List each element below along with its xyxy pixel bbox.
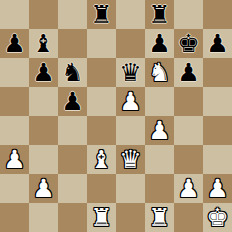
square-f5[interactable]: [145, 87, 174, 116]
black-knight-c6[interactable]: ♞: [61, 58, 83, 87]
square-d3[interactable]: ♝: [87, 145, 116, 174]
square-c5[interactable]: ♟: [58, 87, 87, 116]
square-a4[interactable]: [0, 116, 29, 145]
black-king-g7[interactable]: ♚: [177, 29, 199, 58]
square-a2[interactable]: [0, 174, 29, 203]
square-b5[interactable]: [29, 87, 58, 116]
white-rook-f1[interactable]: ♜: [148, 203, 170, 232]
square-c8[interactable]: [58, 0, 87, 29]
black-rook-f8[interactable]: ♜: [148, 0, 170, 29]
black-pawn-f7[interactable]: ♟: [148, 29, 170, 58]
square-c1[interactable]: [58, 203, 87, 232]
white-bishop-d3[interactable]: ♝: [90, 145, 112, 174]
square-b6[interactable]: ♟: [29, 58, 58, 87]
square-f6[interactable]: ♞: [145, 58, 174, 87]
square-c3[interactable]: [58, 145, 87, 174]
square-a5[interactable]: [0, 87, 29, 116]
square-e3[interactable]: ♛: [116, 145, 145, 174]
chess-board-wrapper: ♜♜♟♝♟♚♟♟♞♛♞♟♟♟♟♟♝♛♟♟♟♜♜♚: [0, 0, 232, 232]
black-bishop-b7[interactable]: ♝: [32, 29, 54, 58]
square-e7[interactable]: [116, 29, 145, 58]
black-pawn-b6[interactable]: ♟: [32, 58, 54, 87]
square-h4[interactable]: [203, 116, 232, 145]
square-a6[interactable]: [0, 58, 29, 87]
square-h7[interactable]: ♟: [203, 29, 232, 58]
white-knight-f6[interactable]: ♞: [148, 58, 170, 87]
square-g8[interactable]: [174, 0, 203, 29]
white-pawn-a3[interactable]: ♟: [3, 145, 25, 174]
square-g6[interactable]: ♟: [174, 58, 203, 87]
black-pawn-a7[interactable]: ♟: [3, 29, 25, 58]
square-b7[interactable]: ♝: [29, 29, 58, 58]
square-g5[interactable]: [174, 87, 203, 116]
square-c2[interactable]: [58, 174, 87, 203]
square-b1[interactable]: [29, 203, 58, 232]
square-b2[interactable]: ♟: [29, 174, 58, 203]
square-f7[interactable]: ♟: [145, 29, 174, 58]
square-h1[interactable]: ♚: [203, 203, 232, 232]
square-f8[interactable]: ♜: [145, 0, 174, 29]
square-g3[interactable]: [174, 145, 203, 174]
square-b3[interactable]: [29, 145, 58, 174]
black-pawn-c5[interactable]: ♟: [61, 87, 83, 116]
square-e8[interactable]: [116, 0, 145, 29]
square-a1[interactable]: [0, 203, 29, 232]
square-d8[interactable]: ♜: [87, 0, 116, 29]
square-g4[interactable]: [174, 116, 203, 145]
black-queen-e6[interactable]: ♛: [119, 58, 141, 87]
square-h8[interactable]: [203, 0, 232, 29]
square-b8[interactable]: [29, 0, 58, 29]
white-pawn-g2[interactable]: ♟: [177, 174, 199, 203]
square-d6[interactable]: [87, 58, 116, 87]
square-c7[interactable]: [58, 29, 87, 58]
square-g1[interactable]: [174, 203, 203, 232]
square-f2[interactable]: [145, 174, 174, 203]
square-f1[interactable]: ♜: [145, 203, 174, 232]
black-pawn-g6[interactable]: ♟: [177, 58, 199, 87]
square-e1[interactable]: [116, 203, 145, 232]
square-c6[interactable]: ♞: [58, 58, 87, 87]
square-g7[interactable]: ♚: [174, 29, 203, 58]
white-queen-e3[interactable]: ♛: [119, 145, 141, 174]
white-king-h1[interactable]: ♚: [206, 203, 228, 232]
square-b4[interactable]: [29, 116, 58, 145]
square-d4[interactable]: [87, 116, 116, 145]
square-h3[interactable]: [203, 145, 232, 174]
white-pawn-h2[interactable]: ♟: [206, 174, 228, 203]
white-pawn-f4[interactable]: ♟: [148, 116, 170, 145]
square-a8[interactable]: [0, 0, 29, 29]
square-f3[interactable]: [145, 145, 174, 174]
square-h6[interactable]: [203, 58, 232, 87]
chess-board: ♜♜♟♝♟♚♟♟♞♛♞♟♟♟♟♟♝♛♟♟♟♜♜♚: [0, 0, 232, 232]
square-e2[interactable]: [116, 174, 145, 203]
square-e4[interactable]: [116, 116, 145, 145]
square-h2[interactable]: ♟: [203, 174, 232, 203]
white-pawn-e5[interactable]: ♟: [119, 87, 141, 116]
square-e6[interactable]: ♛: [116, 58, 145, 87]
white-pawn-b2[interactable]: ♟: [32, 174, 54, 203]
white-rook-d1[interactable]: ♜: [90, 203, 112, 232]
square-h5[interactable]: [203, 87, 232, 116]
square-a7[interactable]: ♟: [0, 29, 29, 58]
square-f4[interactable]: ♟: [145, 116, 174, 145]
square-d1[interactable]: ♜: [87, 203, 116, 232]
black-rook-d8[interactable]: ♜: [90, 0, 112, 29]
square-d5[interactable]: [87, 87, 116, 116]
square-d7[interactable]: [87, 29, 116, 58]
square-c4[interactable]: [58, 116, 87, 145]
square-d2[interactable]: [87, 174, 116, 203]
black-pawn-h7[interactable]: ♟: [206, 29, 228, 58]
square-e5[interactable]: ♟: [116, 87, 145, 116]
square-a3[interactable]: ♟: [0, 145, 29, 174]
square-g2[interactable]: ♟: [174, 174, 203, 203]
